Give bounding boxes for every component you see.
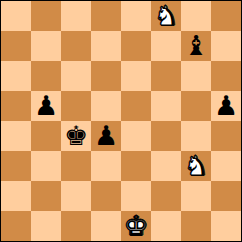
chess-diagram: ♞♝♟♟♚♟♞♚ — [0, 0, 242, 242]
square-e8[interactable] — [121, 1, 151, 31]
square-b6[interactable] — [31, 61, 61, 91]
black-pawn-d4[interactable]: ♟ — [94, 121, 118, 151]
square-h7[interactable] — [211, 31, 241, 61]
square-b4[interactable] — [31, 121, 61, 151]
square-a6[interactable] — [1, 61, 31, 91]
square-g2[interactable] — [181, 181, 211, 211]
square-e5[interactable] — [121, 91, 151, 121]
square-h3[interactable] — [211, 151, 241, 181]
square-g8[interactable] — [181, 1, 211, 31]
square-h4[interactable] — [211, 121, 241, 151]
square-a7[interactable] — [1, 31, 31, 61]
square-d4[interactable]: ♟ — [91, 121, 121, 151]
square-h8[interactable] — [211, 1, 241, 31]
square-e2[interactable] — [121, 181, 151, 211]
chess-board: ♞♝♟♟♚♟♞♚ — [0, 0, 242, 242]
square-b7[interactable] — [31, 31, 61, 61]
square-g5[interactable] — [181, 91, 211, 121]
white-knight-g3[interactable]: ♞ — [184, 151, 208, 181]
square-c6[interactable] — [61, 61, 91, 91]
square-e1[interactable]: ♚ — [121, 211, 151, 241]
square-d3[interactable] — [91, 151, 121, 181]
white-knight-f8[interactable]: ♞ — [154, 1, 178, 31]
square-f2[interactable] — [151, 181, 181, 211]
square-g1[interactable] — [181, 211, 211, 241]
square-g7[interactable]: ♝ — [181, 31, 211, 61]
black-bishop-g7[interactable]: ♝ — [184, 31, 208, 61]
square-e3[interactable] — [121, 151, 151, 181]
square-e6[interactable] — [121, 61, 151, 91]
square-c7[interactable] — [61, 31, 91, 61]
square-f5[interactable] — [151, 91, 181, 121]
square-b3[interactable] — [31, 151, 61, 181]
square-d8[interactable] — [91, 1, 121, 31]
square-c2[interactable] — [61, 181, 91, 211]
square-d7[interactable] — [91, 31, 121, 61]
square-f6[interactable] — [151, 61, 181, 91]
black-pawn-b5[interactable]: ♟ — [34, 91, 58, 121]
square-a3[interactable] — [1, 151, 31, 181]
square-a2[interactable] — [1, 181, 31, 211]
white-king-e1[interactable]: ♚ — [124, 211, 148, 241]
square-c5[interactable] — [61, 91, 91, 121]
square-d5[interactable] — [91, 91, 121, 121]
square-g3[interactable]: ♞ — [181, 151, 211, 181]
black-pawn-h5[interactable]: ♟ — [214, 91, 238, 121]
square-g4[interactable] — [181, 121, 211, 151]
square-b1[interactable] — [31, 211, 61, 241]
square-e7[interactable] — [121, 31, 151, 61]
square-f8[interactable]: ♞ — [151, 1, 181, 31]
square-a1[interactable] — [1, 211, 31, 241]
square-c1[interactable] — [61, 211, 91, 241]
square-b2[interactable] — [31, 181, 61, 211]
square-f1[interactable] — [151, 211, 181, 241]
square-b5[interactable]: ♟ — [31, 91, 61, 121]
square-h1[interactable] — [211, 211, 241, 241]
square-f3[interactable] — [151, 151, 181, 181]
square-d2[interactable] — [91, 181, 121, 211]
square-e4[interactable] — [121, 121, 151, 151]
square-g6[interactable] — [181, 61, 211, 91]
square-f7[interactable] — [151, 31, 181, 61]
square-a8[interactable] — [1, 1, 31, 31]
square-d1[interactable] — [91, 211, 121, 241]
square-c3[interactable] — [61, 151, 91, 181]
square-c8[interactable] — [61, 1, 91, 31]
square-h6[interactable] — [211, 61, 241, 91]
square-h2[interactable] — [211, 181, 241, 211]
square-h5[interactable]: ♟ — [211, 91, 241, 121]
square-b8[interactable] — [31, 1, 61, 31]
square-f4[interactable] — [151, 121, 181, 151]
square-c4[interactable]: ♚ — [61, 121, 91, 151]
square-a4[interactable] — [1, 121, 31, 151]
square-a5[interactable] — [1, 91, 31, 121]
square-d6[interactable] — [91, 61, 121, 91]
black-king-c4[interactable]: ♚ — [64, 121, 88, 151]
